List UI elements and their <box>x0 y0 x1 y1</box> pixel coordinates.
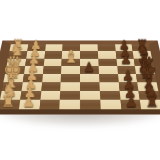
piece-black-rook: ♜ <box>136 38 148 51</box>
piece-black-pawn: ♟ <box>122 69 134 82</box>
square-c6 <box>43 58 62 66</box>
square-g2: ♟ <box>119 91 140 100</box>
square-d8 <box>62 44 80 51</box>
square-b3: ♟ <box>21 82 41 91</box>
square-e7 <box>80 51 98 58</box>
square-h1: ♜ <box>140 100 160 109</box>
piece-black-knight: ♞ <box>136 43 150 58</box>
square-d6: ♝ <box>62 58 80 66</box>
square-g3: ♟ <box>118 82 138 91</box>
square-h7: ♞ <box>133 51 152 58</box>
square-c1 <box>39 100 60 109</box>
piece-white-knight: ♞ <box>2 82 17 99</box>
square-f8 <box>97 44 115 51</box>
square-a2: ♞ <box>0 91 21 100</box>
square-f7 <box>98 51 116 58</box>
piece-black-pawn: ♟ <box>125 95 138 109</box>
square-b6: ♟ <box>25 58 44 66</box>
square-a1: ♜ <box>0 100 20 109</box>
piece-black-pawn: ♟ <box>123 77 135 91</box>
square-h6: ♝ <box>134 58 153 66</box>
piece-white-rook: ♜ <box>12 38 24 51</box>
piece-white-pawn: ♟ <box>25 77 37 91</box>
square-b4: ♟ <box>23 74 43 82</box>
piece-white-pawn: ♟ <box>27 61 39 74</box>
perspective-scene: ♜♟♟♜♞♟♟♞♟♝♟♝♛♟♟♛♚♟♟♚♝♟♟♝♞♟♟♞♜♟♟♜ <box>0 0 160 160</box>
square-h4: ♚ <box>136 74 156 82</box>
square-e6 <box>80 58 98 66</box>
piece-white-pawn: ♟ <box>30 39 41 51</box>
square-c7 <box>44 51 62 58</box>
piece-white-pawn: ♟ <box>23 95 36 109</box>
square-e4 <box>80 74 99 82</box>
square-g4: ♟ <box>118 74 138 82</box>
piece-black-pawn: ♟ <box>119 39 130 51</box>
square-f2 <box>100 91 120 100</box>
square-e3 <box>80 82 100 91</box>
square-g8: ♟ <box>115 44 133 51</box>
square-b1: ♟ <box>19 100 40 109</box>
square-h3: ♝ <box>137 82 158 91</box>
piece-black-pawn: ♟ <box>84 61 96 74</box>
square-b8: ♟ <box>27 44 45 51</box>
square-a6 <box>7 58 26 66</box>
square-g5 <box>117 66 137 74</box>
square-f5 <box>98 66 117 74</box>
square-f6 <box>98 58 117 66</box>
square-e8 <box>80 44 98 51</box>
square-b2: ♟ <box>20 91 41 100</box>
square-g6: ♟ <box>116 58 135 66</box>
square-h2: ♞ <box>139 91 160 100</box>
chess-set-photo: ♜♟♟♜♞♟♟♞♟♝♟♝♛♟♟♛♚♟♟♚♝♟♟♝♞♟♟♞♜♟♟♜ <box>0 0 160 160</box>
square-c4 <box>42 74 62 82</box>
square-a5: ♛ <box>5 66 25 74</box>
square-e1 <box>80 100 100 109</box>
square-d4 <box>61 74 80 82</box>
square-f4 <box>99 74 119 82</box>
square-c8 <box>45 44 63 51</box>
piece-white-pawn: ♟ <box>26 69 38 82</box>
square-h8: ♜ <box>132 44 151 51</box>
piece-black-knight: ♞ <box>142 82 157 99</box>
square-c3 <box>41 82 61 91</box>
square-b5: ♟ <box>24 66 44 74</box>
square-e2 <box>80 91 100 100</box>
square-b7: ♟ <box>26 51 45 58</box>
piece-white-knight: ♞ <box>10 43 24 58</box>
chess-board: ♜♟♟♜♞♟♟♞♟♝♟♝♛♟♟♛♚♟♟♚♝♟♟♝♞♟♟♞♜♟♟♜ <box>0 41 160 115</box>
square-d7 <box>62 51 80 58</box>
square-g7: ♟ <box>115 51 134 58</box>
square-e5: ♟ <box>80 66 99 74</box>
square-f1 <box>100 100 121 109</box>
square-a8: ♜ <box>9 44 28 51</box>
square-f3 <box>99 82 119 91</box>
square-c5 <box>43 66 62 74</box>
square-d3 <box>60 82 80 91</box>
square-d1 <box>60 100 80 109</box>
square-a7: ♞ <box>8 51 27 58</box>
board-frame: ♜♟♟♜♞♟♟♞♟♝♟♝♛♟♟♛♚♟♟♚♝♟♟♝♞♟♟♞♜♟♟♜ <box>0 41 160 115</box>
square-d5 <box>61 66 80 74</box>
board-squares: ♜♟♟♜♞♟♟♞♟♝♟♝♛♟♟♛♚♟♟♚♝♟♟♝♞♟♟♞♜♟♟♜ <box>0 44 160 109</box>
square-g1: ♟ <box>120 100 141 109</box>
square-c2 <box>40 91 60 100</box>
square-h5: ♛ <box>135 66 155 74</box>
square-d2 <box>60 91 80 100</box>
square-a4: ♚ <box>3 74 23 82</box>
square-a3: ♝ <box>2 82 23 91</box>
